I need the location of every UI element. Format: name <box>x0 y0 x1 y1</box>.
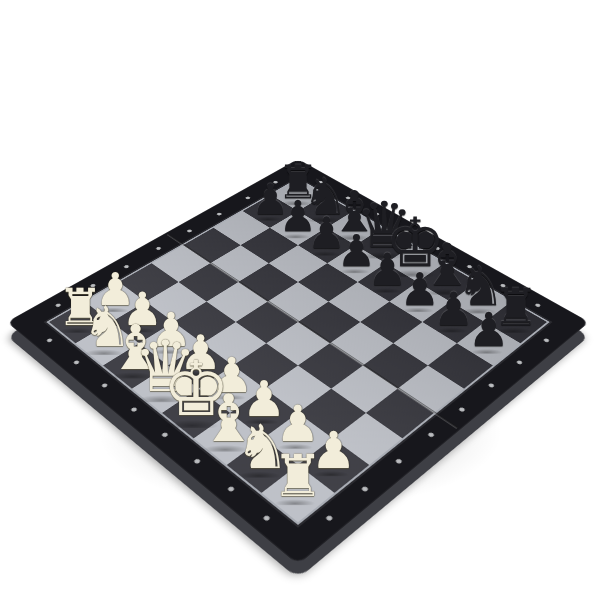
chess-set-photo: ♜♞♝♛♚♝♞♜♟♟♟♟♟♟♟♟♟♟♟♟♟♟♟♟♜♞♝♛♚♝♞♜ <box>0 0 600 600</box>
piece-black-pawn-h7[interactable]: ♟ <box>468 307 510 354</box>
piece-white-rook-h1[interactable]: ♜ <box>272 447 324 505</box>
pieces-layer: ♜♞♝♛♚♝♞♜♟♟♟♟♟♟♟♟♟♟♟♟♟♟♟♟♜♞♝♛♚♝♞♜ <box>0 0 600 600</box>
